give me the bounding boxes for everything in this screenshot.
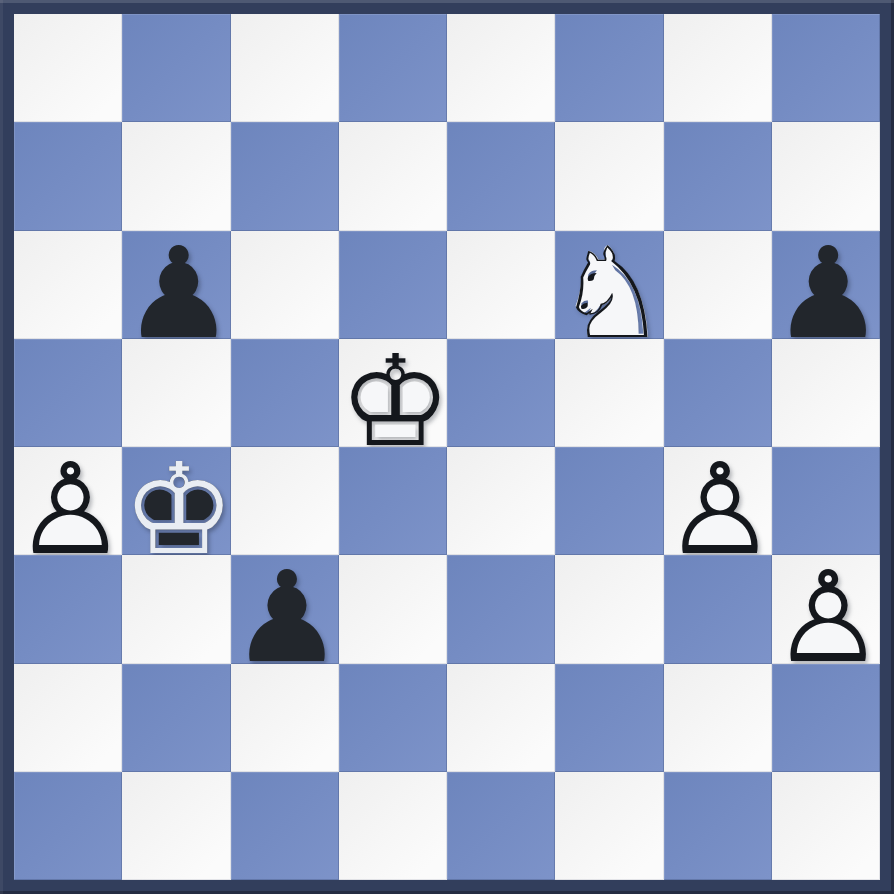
square-g7[interactable] — [664, 122, 772, 230]
white-pawn-piece[interactable]: ♟♙ — [664, 447, 772, 555]
square-b5[interactable] — [122, 339, 230, 447]
square-h1[interactable] — [772, 772, 880, 880]
square-b2[interactable] — [122, 664, 230, 772]
square-d8[interactable] — [339, 14, 447, 122]
square-c2[interactable] — [231, 664, 339, 772]
white-knight-piece[interactable]: ♞♘ — [555, 231, 663, 339]
square-c7[interactable] — [231, 122, 339, 230]
black-pawn-piece[interactable]: ♟ — [231, 555, 339, 663]
square-d5[interactable]: ♚♔ — [339, 339, 447, 447]
square-g4[interactable]: ♟♙ — [664, 447, 772, 555]
black-pawn-icon: ♟ — [122, 231, 230, 339]
white-pawn-icon-outline: ♙ — [664, 447, 772, 555]
square-a3[interactable] — [14, 555, 122, 663]
square-e7[interactable] — [447, 122, 555, 230]
square-c8[interactable] — [231, 14, 339, 122]
square-f4[interactable] — [555, 447, 663, 555]
square-f2[interactable] — [555, 664, 663, 772]
white-pawn-icon-outline: ♙ — [14, 447, 122, 555]
square-c5[interactable] — [231, 339, 339, 447]
chess-board: ♟♞♘♟♚♔♟♙♚♔♟♙♟♟♙ — [14, 14, 880, 880]
square-h2[interactable] — [772, 664, 880, 772]
square-f6[interactable]: ♞♘ — [555, 231, 663, 339]
square-g3[interactable] — [664, 555, 772, 663]
square-e8[interactable] — [447, 14, 555, 122]
square-b6[interactable]: ♟ — [122, 231, 230, 339]
square-h5[interactable] — [772, 339, 880, 447]
black-pawn-piece[interactable]: ♟ — [122, 231, 230, 339]
square-c3[interactable]: ♟ — [231, 555, 339, 663]
square-e4[interactable] — [447, 447, 555, 555]
square-a5[interactable] — [14, 339, 122, 447]
white-king-icon-outline: ♔ — [339, 339, 447, 447]
square-d1[interactable] — [339, 772, 447, 880]
white-pawn-icon-outline: ♙ — [772, 555, 880, 663]
square-h7[interactable] — [772, 122, 880, 230]
square-f5[interactable] — [555, 339, 663, 447]
square-h6[interactable]: ♟ — [772, 231, 880, 339]
square-a8[interactable] — [14, 14, 122, 122]
square-h8[interactable] — [772, 14, 880, 122]
square-g8[interactable] — [664, 14, 772, 122]
black-king-piece[interactable]: ♚♔ — [122, 447, 230, 555]
black-king-icon-outline: ♔ — [122, 447, 230, 555]
square-f3[interactable] — [555, 555, 663, 663]
square-h3[interactable]: ♟♙ — [772, 555, 880, 663]
board-frame: ♟♞♘♟♚♔♟♙♚♔♟♙♟♟♙ — [0, 0, 894, 894]
square-g1[interactable] — [664, 772, 772, 880]
white-knight-icon-outline: ♘ — [555, 231, 663, 339]
square-a6[interactable] — [14, 231, 122, 339]
square-c4[interactable] — [231, 447, 339, 555]
square-a1[interactable] — [14, 772, 122, 880]
square-c1[interactable] — [231, 772, 339, 880]
square-b7[interactable] — [122, 122, 230, 230]
square-g2[interactable] — [664, 664, 772, 772]
square-h4[interactable] — [772, 447, 880, 555]
black-pawn-icon: ♟ — [772, 231, 880, 339]
square-b4[interactable]: ♚♔ — [122, 447, 230, 555]
square-e6[interactable] — [447, 231, 555, 339]
white-king-piece[interactable]: ♚♔ — [339, 339, 447, 447]
square-e3[interactable] — [447, 555, 555, 663]
square-e2[interactable] — [447, 664, 555, 772]
square-d3[interactable] — [339, 555, 447, 663]
square-b1[interactable] — [122, 772, 230, 880]
square-c6[interactable] — [231, 231, 339, 339]
square-d6[interactable] — [339, 231, 447, 339]
black-pawn-icon: ♟ — [231, 555, 339, 663]
square-f1[interactable] — [555, 772, 663, 880]
square-f8[interactable] — [555, 14, 663, 122]
square-a7[interactable] — [14, 122, 122, 230]
square-e5[interactable] — [447, 339, 555, 447]
square-g5[interactable] — [664, 339, 772, 447]
square-b3[interactable] — [122, 555, 230, 663]
square-e1[interactable] — [447, 772, 555, 880]
square-a4[interactable]: ♟♙ — [14, 447, 122, 555]
white-pawn-piece[interactable]: ♟♙ — [14, 447, 122, 555]
square-d7[interactable] — [339, 122, 447, 230]
square-f7[interactable] — [555, 122, 663, 230]
square-d4[interactable] — [339, 447, 447, 555]
square-a2[interactable] — [14, 664, 122, 772]
square-g6[interactable] — [664, 231, 772, 339]
square-b8[interactable] — [122, 14, 230, 122]
black-pawn-piece[interactable]: ♟ — [772, 231, 880, 339]
square-d2[interactable] — [339, 664, 447, 772]
white-pawn-piece[interactable]: ♟♙ — [772, 555, 880, 663]
